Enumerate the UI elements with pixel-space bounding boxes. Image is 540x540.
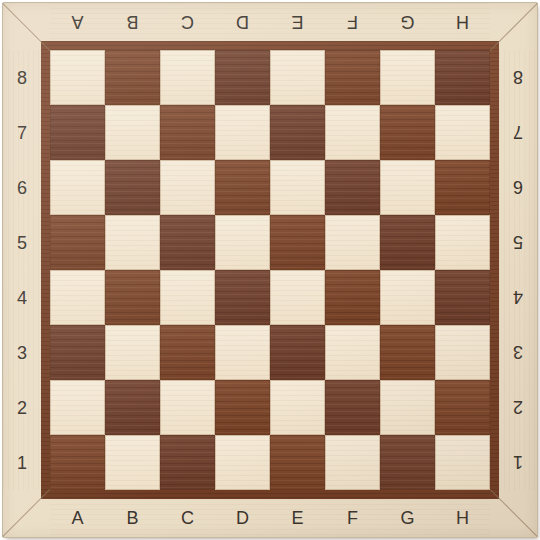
square-b7[interactable] bbox=[105, 105, 160, 160]
square-g6[interactable] bbox=[380, 160, 435, 215]
square-a6[interactable] bbox=[50, 160, 105, 215]
rank-label-7: 7 bbox=[499, 105, 537, 160]
file-labels-top: ABCDEFGH bbox=[50, 3, 490, 41]
square-h3[interactable] bbox=[435, 325, 490, 380]
square-a8[interactable] bbox=[50, 50, 105, 105]
square-a1[interactable] bbox=[50, 435, 105, 490]
square-e2[interactable] bbox=[270, 380, 325, 435]
square-g5[interactable] bbox=[380, 215, 435, 270]
square-a3[interactable] bbox=[50, 325, 105, 380]
square-a7[interactable] bbox=[50, 105, 105, 160]
square-b1[interactable] bbox=[105, 435, 160, 490]
file-label-g: G bbox=[380, 499, 435, 537]
file-label-c: C bbox=[160, 3, 215, 41]
rank-label-8: 8 bbox=[3, 50, 41, 105]
square-d7[interactable] bbox=[215, 105, 270, 160]
square-d5[interactable] bbox=[215, 215, 270, 270]
rank-label-6: 6 bbox=[3, 160, 41, 215]
file-labels-bottom: ABCDEFGH bbox=[50, 499, 490, 537]
frame-mitre-joint-top-left bbox=[2, 3, 50, 51]
square-c5[interactable] bbox=[160, 215, 215, 270]
rank-label-1: 1 bbox=[3, 435, 41, 490]
square-b2[interactable] bbox=[105, 380, 160, 435]
square-d4[interactable] bbox=[215, 270, 270, 325]
square-e5[interactable] bbox=[270, 215, 325, 270]
rank-label-5: 5 bbox=[499, 215, 537, 270]
chess-board: ABCDEFGH ABCDEFGH 87654321 87654321 bbox=[2, 2, 538, 538]
rank-label-4: 4 bbox=[3, 270, 41, 325]
square-h7[interactable] bbox=[435, 105, 490, 160]
square-e3[interactable] bbox=[270, 325, 325, 380]
square-d1[interactable] bbox=[215, 435, 270, 490]
square-g2[interactable] bbox=[380, 380, 435, 435]
file-label-g: G bbox=[380, 3, 435, 41]
square-h8[interactable] bbox=[435, 50, 490, 105]
rank-label-3: 3 bbox=[499, 325, 537, 380]
file-label-d: D bbox=[215, 3, 270, 41]
square-h6[interactable] bbox=[435, 160, 490, 215]
frame-mitre-joint-top-right bbox=[490, 3, 538, 51]
file-label-h: H bbox=[435, 3, 490, 41]
square-f1[interactable] bbox=[325, 435, 380, 490]
square-c3[interactable] bbox=[160, 325, 215, 380]
square-g4[interactable] bbox=[380, 270, 435, 325]
square-g1[interactable] bbox=[380, 435, 435, 490]
rank-label-5: 5 bbox=[3, 215, 41, 270]
square-d2[interactable] bbox=[215, 380, 270, 435]
square-d3[interactable] bbox=[215, 325, 270, 380]
squares-grid bbox=[50, 50, 490, 490]
square-f3[interactable] bbox=[325, 325, 380, 380]
square-b6[interactable] bbox=[105, 160, 160, 215]
rank-label-6: 6 bbox=[499, 160, 537, 215]
square-e7[interactable] bbox=[270, 105, 325, 160]
square-c1[interactable] bbox=[160, 435, 215, 490]
file-label-b: B bbox=[105, 3, 160, 41]
file-label-a: A bbox=[50, 499, 105, 537]
square-g3[interactable] bbox=[380, 325, 435, 380]
file-label-h: H bbox=[435, 499, 490, 537]
file-label-c: C bbox=[160, 499, 215, 537]
square-c7[interactable] bbox=[160, 105, 215, 160]
rank-label-2: 2 bbox=[3, 380, 41, 435]
square-f2[interactable] bbox=[325, 380, 380, 435]
square-e1[interactable] bbox=[270, 435, 325, 490]
rank-label-3: 3 bbox=[3, 325, 41, 380]
file-label-a: A bbox=[50, 3, 105, 41]
square-f8[interactable] bbox=[325, 50, 380, 105]
square-h4[interactable] bbox=[435, 270, 490, 325]
square-e6[interactable] bbox=[270, 160, 325, 215]
file-label-f: F bbox=[325, 499, 380, 537]
square-c8[interactable] bbox=[160, 50, 215, 105]
rank-label-7: 7 bbox=[3, 105, 41, 160]
square-f6[interactable] bbox=[325, 160, 380, 215]
frame-mitre-joint-bottom-left bbox=[2, 489, 50, 537]
rank-label-4: 4 bbox=[499, 270, 537, 325]
square-a4[interactable] bbox=[50, 270, 105, 325]
square-h2[interactable] bbox=[435, 380, 490, 435]
frame-mitre-joint-bottom-right bbox=[490, 489, 538, 537]
rank-labels-left: 87654321 bbox=[3, 50, 41, 490]
file-label-d: D bbox=[215, 499, 270, 537]
square-c2[interactable] bbox=[160, 380, 215, 435]
square-c6[interactable] bbox=[160, 160, 215, 215]
square-g7[interactable] bbox=[380, 105, 435, 160]
file-label-e: E bbox=[270, 3, 325, 41]
rank-label-1: 1 bbox=[499, 435, 537, 490]
square-d6[interactable] bbox=[215, 160, 270, 215]
square-a2[interactable] bbox=[50, 380, 105, 435]
file-label-e: E bbox=[270, 499, 325, 537]
file-label-f: F bbox=[325, 3, 380, 41]
rank-labels-right: 87654321 bbox=[499, 50, 537, 490]
square-e4[interactable] bbox=[270, 270, 325, 325]
square-b8[interactable] bbox=[105, 50, 160, 105]
square-f7[interactable] bbox=[325, 105, 380, 160]
square-g8[interactable] bbox=[380, 50, 435, 105]
square-h5[interactable] bbox=[435, 215, 490, 270]
playing-field bbox=[41, 41, 499, 499]
file-label-b: B bbox=[105, 499, 160, 537]
square-a5[interactable] bbox=[50, 215, 105, 270]
square-f5[interactable] bbox=[325, 215, 380, 270]
square-c4[interactable] bbox=[160, 270, 215, 325]
rank-label-8: 8 bbox=[499, 50, 537, 105]
square-b5[interactable] bbox=[105, 215, 160, 270]
square-h1[interactable] bbox=[435, 435, 490, 490]
square-d8[interactable] bbox=[215, 50, 270, 105]
square-e8[interactable] bbox=[270, 50, 325, 105]
square-b3[interactable] bbox=[105, 325, 160, 380]
square-f4[interactable] bbox=[325, 270, 380, 325]
square-b4[interactable] bbox=[105, 270, 160, 325]
rank-label-2: 2 bbox=[499, 380, 537, 435]
